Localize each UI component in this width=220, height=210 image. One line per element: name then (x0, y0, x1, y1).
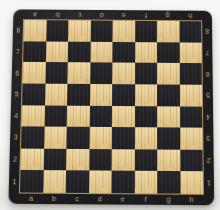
square-d7[interactable] (90, 41, 112, 62)
file-label-f: f (145, 195, 147, 202)
square-h3[interactable] (180, 128, 203, 150)
rank-label-6: 6 (15, 69, 19, 76)
file-label-g: g (167, 196, 171, 203)
square-c5[interactable] (67, 84, 90, 106)
rank-label-1: 1 (13, 178, 17, 185)
file-label-h: h (188, 13, 192, 20)
file-label-a: a (33, 11, 37, 18)
square-g1[interactable] (157, 171, 180, 193)
file-label-d: d (98, 195, 102, 202)
square-a2[interactable] (20, 148, 43, 170)
file-label-e: e (121, 195, 125, 202)
square-a7[interactable] (23, 41, 46, 62)
file-label-d: d (100, 12, 104, 19)
square-g7[interactable] (157, 42, 179, 63)
square-c3[interactable] (66, 127, 89, 149)
file-label-c: c (78, 12, 82, 19)
square-b1[interactable] (43, 170, 66, 192)
square-a3[interactable] (21, 127, 44, 149)
square-c4[interactable] (67, 105, 90, 127)
rank-label-8: 8 (16, 27, 20, 34)
square-a5[interactable] (22, 83, 45, 105)
rank-label-4: 4 (206, 113, 210, 120)
square-d6[interactable] (90, 63, 113, 84)
rank-label-2: 2 (206, 157, 210, 164)
square-h6[interactable] (179, 63, 202, 84)
square-f2[interactable] (134, 149, 157, 171)
photo-background: abcdefgh abcdefgh 87654321 87654321 (0, 0, 220, 210)
square-a6[interactable] (23, 62, 46, 83)
rank-label-8: 8 (205, 28, 209, 35)
chess-board: abcdefgh abcdefgh 87654321 87654321 (8, 9, 214, 205)
file-label-f: f (145, 12, 147, 19)
square-b7[interactable] (45, 41, 68, 62)
file-label-b: b (55, 12, 59, 19)
file-label-c: c (75, 195, 79, 202)
square-d2[interactable] (89, 149, 112, 171)
rank-labels-right: 87654321 (201, 21, 214, 194)
square-g5[interactable] (157, 84, 180, 106)
rank-label-3: 3 (14, 134, 18, 141)
square-a1[interactable] (20, 170, 43, 192)
square-g4[interactable] (157, 106, 180, 128)
square-b8[interactable] (46, 20, 69, 41)
square-g8[interactable] (157, 21, 179, 42)
square-c2[interactable] (66, 149, 89, 171)
square-e6[interactable] (112, 63, 134, 84)
rank-label-5: 5 (15, 91, 19, 98)
square-e4[interactable] (112, 106, 135, 128)
square-h2[interactable] (180, 149, 203, 171)
rank-label-7: 7 (16, 48, 20, 55)
square-h1[interactable] (180, 171, 203, 193)
file-label-e: e (122, 12, 126, 19)
square-e8[interactable] (112, 21, 134, 42)
square-h8[interactable] (179, 21, 201, 42)
square-d5[interactable] (90, 84, 113, 106)
square-g3[interactable] (157, 127, 180, 149)
square-b2[interactable] (43, 148, 66, 170)
square-b6[interactable] (45, 62, 68, 83)
square-h4[interactable] (180, 106, 203, 128)
rank-label-6: 6 (205, 71, 209, 78)
board-grid (20, 20, 203, 194)
rank-label-3: 3 (206, 135, 210, 142)
file-label-b: b (52, 195, 56, 202)
square-b5[interactable] (45, 84, 68, 106)
square-f4[interactable] (134, 106, 157, 128)
square-e3[interactable] (112, 127, 135, 149)
square-f8[interactable] (135, 21, 157, 42)
file-label-h: h (189, 196, 193, 203)
square-e1[interactable] (111, 171, 134, 193)
rank-label-4: 4 (14, 112, 18, 119)
square-f7[interactable] (135, 42, 157, 63)
square-d8[interactable] (90, 21, 112, 42)
file-label-g: g (166, 12, 170, 19)
square-g2[interactable] (157, 149, 180, 171)
square-e2[interactable] (112, 149, 135, 171)
square-e5[interactable] (112, 84, 135, 106)
square-d3[interactable] (89, 127, 112, 149)
square-a4[interactable] (21, 105, 44, 127)
square-f6[interactable] (135, 63, 157, 84)
square-a8[interactable] (24, 20, 47, 41)
rank-label-5: 5 (205, 92, 209, 99)
file-label-a: a (29, 195, 33, 202)
square-h7[interactable] (179, 42, 201, 63)
square-d4[interactable] (89, 105, 112, 127)
square-b4[interactable] (44, 105, 67, 127)
square-h5[interactable] (179, 84, 202, 106)
square-c7[interactable] (68, 41, 91, 62)
square-b3[interactable] (44, 127, 67, 149)
square-c6[interactable] (67, 62, 90, 83)
square-c1[interactable] (66, 171, 89, 193)
square-d1[interactable] (89, 171, 112, 193)
square-f3[interactable] (134, 127, 157, 149)
square-f1[interactable] (134, 171, 157, 193)
rank-label-7: 7 (205, 49, 209, 56)
square-f5[interactable] (135, 84, 158, 106)
rank-label-2: 2 (13, 156, 17, 163)
rank-label-1: 1 (206, 179, 210, 186)
square-c8[interactable] (68, 20, 90, 41)
square-g6[interactable] (157, 63, 179, 84)
square-e7[interactable] (112, 42, 134, 63)
file-labels-bottom: abcdefgh (20, 193, 203, 206)
